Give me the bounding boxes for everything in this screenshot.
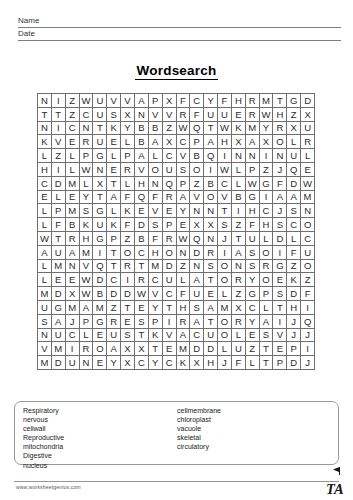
grid-cell: X — [163, 135, 177, 149]
word-list-item: nervous — [23, 415, 177, 424]
grid-cell: T — [218, 204, 232, 218]
grid-cell: I — [52, 122, 66, 136]
footer-website-text: www.worksheetgenius.com — [16, 484, 81, 490]
grid-cell: G — [273, 260, 287, 274]
grid-cell: W — [80, 287, 94, 301]
grid-cell: D — [301, 94, 315, 108]
grid-cell: O — [204, 191, 218, 205]
grid-cell: I — [218, 246, 232, 260]
grid-cell: R — [163, 232, 177, 246]
grid-cell: L — [66, 149, 80, 163]
grid-cell: H — [135, 177, 149, 191]
grid-cell: L — [260, 232, 274, 246]
grid-cell: R — [260, 260, 274, 274]
grid-cell: A — [204, 135, 218, 149]
grid-cell: V — [80, 260, 94, 274]
grid-cell: S — [135, 315, 149, 329]
grid-cell: R — [301, 135, 315, 149]
grid-cell: M — [177, 342, 191, 356]
grid-cell: A — [246, 135, 260, 149]
grid-cell: A — [80, 301, 94, 315]
grid-cell: V — [218, 191, 232, 205]
grid-cell: K — [38, 135, 52, 149]
grid-cell: Y — [177, 204, 191, 218]
grid-cell: L — [218, 342, 232, 356]
grid-cell: P — [246, 163, 260, 177]
grid-cell: F — [287, 246, 301, 260]
grid-cell: X — [232, 135, 246, 149]
grid-cell: A — [107, 342, 121, 356]
grid-cell: A — [177, 329, 191, 343]
grid-cell: S — [287, 204, 301, 218]
grid-cell: Q — [135, 191, 149, 205]
word-list-item: Reproductive — [23, 433, 177, 442]
grid-cell: O — [218, 329, 232, 343]
grid-cell: G — [93, 149, 107, 163]
grid-cell: P — [121, 149, 135, 163]
grid-cell: D — [52, 287, 66, 301]
grid-cell: A — [66, 246, 80, 260]
grid-cell: A — [190, 273, 204, 287]
grid-cell: I — [260, 149, 274, 163]
grid-cell: V — [135, 163, 149, 177]
grid-cell: B — [149, 122, 163, 136]
grid-cell: U — [38, 301, 52, 315]
grid-cell: R — [177, 315, 191, 329]
grid-cell: H — [287, 301, 301, 315]
title-row: Wordsearch — [0, 61, 353, 80]
grid-cell: R — [80, 342, 94, 356]
grid-cell: J — [273, 204, 287, 218]
worksheetgenius-logo-icon: TA — [325, 466, 347, 498]
grid-cell: C — [163, 149, 177, 163]
grid-cell: L — [121, 135, 135, 149]
grid-cell: U — [190, 287, 204, 301]
grid-cell: T — [232, 232, 246, 246]
grid-cell: L — [66, 163, 80, 177]
grid-cell: C — [190, 94, 204, 108]
grid-cell: N — [301, 204, 315, 218]
grid-cell: N — [190, 260, 204, 274]
grid-cell: C — [163, 356, 177, 370]
grid-cell: U — [52, 329, 66, 343]
grid-cell: W — [218, 122, 232, 136]
grid-cell: W — [135, 287, 149, 301]
grid-cell: Q — [204, 149, 218, 163]
grid-cell: N — [177, 246, 191, 260]
grid-cell: X — [190, 218, 204, 232]
grid-cell: Z — [66, 108, 80, 122]
grid-cell: M — [218, 301, 232, 315]
grid-cell: S — [80, 204, 94, 218]
grid-cell: F — [149, 191, 163, 205]
grid-cell: N — [80, 122, 94, 136]
grid-cell: V — [149, 108, 163, 122]
grid-cell: O — [301, 260, 315, 274]
grid-cell: D — [190, 342, 204, 356]
grid-cell: B — [135, 135, 149, 149]
grid-cell: N — [93, 163, 107, 177]
grid-cell: Q — [190, 122, 204, 136]
grid-cell: T — [260, 356, 274, 370]
page-title: Wordsearch — [135, 63, 219, 80]
grid-cell: T — [93, 191, 107, 205]
word-list-item: vacuole — [177, 424, 221, 433]
grid-cell: S — [121, 329, 135, 343]
grid-cell: S — [177, 163, 191, 177]
grid-cell: E — [52, 273, 66, 287]
name-field-line: Name — [18, 16, 341, 28]
word-list-item: cellmembrane — [177, 406, 221, 415]
grid-cell: Y — [121, 122, 135, 136]
grid-cell: U — [218, 108, 232, 122]
grid-cell: L — [38, 149, 52, 163]
grid-cell: X — [121, 342, 135, 356]
grid-cell: S — [260, 329, 274, 343]
grid-cell: P — [273, 356, 287, 370]
grid-cell: L — [121, 177, 135, 191]
grid-cell: F — [121, 218, 135, 232]
grid-cell: L — [287, 135, 301, 149]
grid-cell: K — [177, 356, 191, 370]
grid-cell: N — [232, 149, 246, 163]
grid-cell: U — [93, 218, 107, 232]
grid-cell: F — [177, 287, 191, 301]
grid-cell: T — [107, 246, 121, 260]
grid-cell: F — [273, 177, 287, 191]
grid-cell: P — [177, 177, 191, 191]
grid-cell: M — [52, 260, 66, 274]
grid-cell: L — [80, 177, 94, 191]
grid-cell: W — [177, 232, 191, 246]
grid-cell: X — [135, 342, 149, 356]
grid-cell: S — [273, 218, 287, 232]
wordsearch-grid: NIZWUVVAPXFCYFHRMTGDTTZCUSXNVVRFUUERWHZX… — [37, 93, 315, 370]
grid-cell: M — [301, 191, 315, 205]
grid-cell: E — [177, 218, 191, 232]
grid-cell: D — [52, 356, 66, 370]
logo-monogram: TA — [326, 481, 344, 497]
grid-cell: U — [93, 135, 107, 149]
grid-cell: E — [135, 301, 149, 315]
grid-cell: F — [232, 356, 246, 370]
grid-cell: L — [38, 204, 52, 218]
word-list-item: cellwall — [23, 424, 177, 433]
grid-cell: V — [38, 342, 52, 356]
grid-cell: I — [301, 301, 315, 315]
grid-cell: D — [93, 273, 107, 287]
grid-cell: H — [177, 301, 191, 315]
grid-cell: C — [246, 301, 260, 315]
grid-cell: J — [287, 315, 301, 329]
grid-cell: F — [190, 108, 204, 122]
grid-cell: I — [273, 315, 287, 329]
grid-cell: C — [135, 356, 149, 370]
grid-cell: G — [246, 287, 260, 301]
grid-cell: T — [52, 108, 66, 122]
grid-cell: Y — [149, 356, 163, 370]
grid-cell: Z — [163, 122, 177, 136]
grid-cell: V — [163, 108, 177, 122]
footer-divider — [14, 481, 339, 482]
grid-cell: H — [218, 135, 232, 149]
grid-cell: T — [163, 301, 177, 315]
grid-cell: R — [163, 191, 177, 205]
grid-cell: D — [273, 232, 287, 246]
grid-cell: E — [93, 329, 107, 343]
grid-cell: E — [232, 108, 246, 122]
grid-cell: B — [204, 177, 218, 191]
grid-cell: Y — [204, 94, 218, 108]
grid-cell: F — [149, 232, 163, 246]
grid-cell: T — [204, 273, 218, 287]
grid-cell: Q — [93, 260, 107, 274]
grid-cell: L — [38, 260, 52, 274]
grid-cell: Q — [287, 163, 301, 177]
grid-cell: S — [190, 301, 204, 315]
grid-cell: C — [149, 273, 163, 287]
grid-cell: A — [149, 135, 163, 149]
grid-cell: Y — [246, 273, 260, 287]
grid-cell: Z — [121, 232, 135, 246]
grid-cell: S — [38, 315, 52, 329]
grid-cell: N — [246, 149, 260, 163]
grid-cell: U — [204, 108, 218, 122]
grid-cell: O — [218, 273, 232, 287]
grid-cell: I — [260, 191, 274, 205]
grid-cell: R — [232, 273, 246, 287]
grid-cell: E — [163, 204, 177, 218]
grid-cell: I — [93, 246, 107, 260]
grid-cell: E — [66, 135, 80, 149]
word-list-column-right: cellmembranechloroplastvacuoleskeletalci… — [177, 406, 221, 464]
grid-cell: G — [260, 177, 274, 191]
grid-cell: F — [218, 94, 232, 108]
grid-cell: D — [135, 218, 149, 232]
grid-cell: E — [273, 342, 287, 356]
grid-cell: C — [218, 177, 232, 191]
grid-cell: D — [163, 260, 177, 274]
word-list-column-left: RespiratorynervouscellwallReproductivemi… — [23, 406, 177, 464]
grid-cell: H — [260, 218, 274, 232]
grid-cell: V — [190, 191, 204, 205]
grid-cell: U — [232, 342, 246, 356]
grid-cell: D — [190, 246, 204, 260]
grid-cell: N — [135, 108, 149, 122]
grid-cell: V — [163, 329, 177, 343]
grid-cell: A — [107, 191, 121, 205]
grid-cell: S — [246, 246, 260, 260]
grid-cell: U — [163, 273, 177, 287]
grid-cell: L — [218, 287, 232, 301]
grid-cell: E — [301, 163, 315, 177]
grid-cell: L — [107, 204, 121, 218]
grid-cell: J — [301, 356, 315, 370]
grid-cell: I — [218, 149, 232, 163]
grid-cell: N — [149, 177, 163, 191]
grid-cell: V — [121, 94, 135, 108]
grid-cell: Z — [107, 301, 121, 315]
grid-cell: Z — [246, 342, 260, 356]
grid-cell: W — [177, 122, 191, 136]
grid-cell: A — [177, 191, 191, 205]
grid-cell: A — [38, 246, 52, 260]
grid-cell: Z — [232, 218, 246, 232]
grid-cell: E — [204, 287, 218, 301]
grid-cell: R — [246, 108, 260, 122]
grid-cell: X — [260, 135, 274, 149]
grid-cell: C — [135, 246, 149, 260]
grid-cell: R — [66, 232, 80, 246]
grid-cell: J — [287, 329, 301, 343]
grid-cell: T — [135, 329, 149, 343]
grid-cell: E — [121, 315, 135, 329]
grid-cell: R — [232, 315, 246, 329]
grid-cell: W — [260, 108, 274, 122]
grid-cell: K — [232, 122, 246, 136]
word-list-item: circulatory — [177, 442, 221, 451]
grid-cell: Z — [260, 163, 274, 177]
grid-cell: H — [246, 204, 260, 218]
grid-cell: M — [66, 177, 80, 191]
grid-cell: B — [66, 218, 80, 232]
grid-cell: Z — [287, 108, 301, 122]
grid-cell: T — [93, 122, 107, 136]
grid-cell: Z — [232, 287, 246, 301]
grid-cell: I — [163, 315, 177, 329]
grid-cell: N — [273, 149, 287, 163]
date-field-line: Date — [18, 29, 341, 41]
grid-cell: P — [163, 218, 177, 232]
grid-cell: C — [190, 329, 204, 343]
grid-cell: Y — [260, 122, 274, 136]
grid-cell: S — [273, 287, 287, 301]
grid-cell: O — [260, 273, 274, 287]
word-list-item: chloroplast — [177, 415, 221, 424]
grid-cell: F — [246, 218, 260, 232]
grid-cell: T — [107, 260, 121, 274]
grid-cell: O — [273, 135, 287, 149]
grid-cell: O — [121, 246, 135, 260]
grid-cell: K — [107, 218, 121, 232]
word-list-item: nucleus — [23, 461, 177, 470]
grid-cell: Y — [149, 301, 163, 315]
grid-cell: N — [232, 260, 246, 274]
word-list-item: skeletal — [177, 433, 221, 442]
grid-cell: O — [218, 260, 232, 274]
grid-cell: L — [232, 163, 246, 177]
grid-cell: V — [107, 94, 121, 108]
grid-cell: W — [80, 94, 94, 108]
grid-cell: Z — [177, 260, 191, 274]
grid-cell: E — [107, 163, 121, 177]
grid-cell: M — [246, 122, 260, 136]
grid-cell: P — [260, 287, 274, 301]
grid-cell: P — [287, 342, 301, 356]
grid-cell: I — [273, 246, 287, 260]
grid-cell: U — [52, 246, 66, 260]
grid-cell: A — [190, 315, 204, 329]
grid-cell: O — [218, 315, 232, 329]
grid-cell: Y — [107, 356, 121, 370]
grid-cell: N — [204, 232, 218, 246]
grid-cell: M — [66, 301, 80, 315]
grid-cell: C — [38, 177, 52, 191]
grid-cell: T — [260, 342, 274, 356]
grid-cell: E — [66, 191, 80, 205]
grid-cell: J — [66, 315, 80, 329]
grid-cell: E — [246, 329, 260, 343]
grid-cell: K — [287, 273, 301, 287]
grid-cell: N — [38, 122, 52, 136]
grid-cell: Q — [301, 315, 315, 329]
grid-cell: F — [177, 94, 191, 108]
grid-cell: I — [52, 94, 66, 108]
grid-cell: C — [287, 218, 301, 232]
grid-cell: Z — [52, 149, 66, 163]
grid-cell: N — [38, 94, 52, 108]
grid-cell: O — [163, 246, 177, 260]
grid-cell: O — [260, 246, 274, 260]
grid-cell: E — [66, 273, 80, 287]
grid-cell: I — [301, 342, 315, 356]
grid-cell: R — [80, 135, 94, 149]
grid-cell: D — [107, 287, 121, 301]
grid-cell: K — [121, 204, 135, 218]
grid-cell: R — [177, 108, 191, 122]
grid-cell: D — [287, 287, 301, 301]
grid-cell: G — [93, 232, 107, 246]
grid-cell: X — [93, 177, 107, 191]
grid-cell: Z — [190, 177, 204, 191]
grid-cell: L — [232, 329, 246, 343]
grid-cell: N — [80, 356, 94, 370]
word-list-item: Respiratory — [23, 406, 177, 415]
grid-cell: A — [287, 191, 301, 205]
grid-cell: E — [38, 191, 52, 205]
grid-cell: C — [177, 135, 191, 149]
grid-cell: L — [177, 273, 191, 287]
grid-cell: P — [80, 315, 94, 329]
grid-cell: L — [149, 149, 163, 163]
grid-cell: R — [204, 246, 218, 260]
grid-cell: R — [107, 315, 121, 329]
grid-cell: R — [135, 273, 149, 287]
grid-cell: P — [149, 94, 163, 108]
grid-cell: R — [273, 122, 287, 136]
grid-cell: Y — [80, 191, 94, 205]
grid-cell: M — [93, 301, 107, 315]
grid-cell: P — [107, 232, 121, 246]
grid-cell: M — [80, 246, 94, 260]
grid-cell: A — [52, 315, 66, 329]
grid-cell: V — [52, 135, 66, 149]
grid-cell: T — [273, 94, 287, 108]
grid-cell: V — [177, 149, 191, 163]
grid-cell: M — [52, 342, 66, 356]
grid-cell: X — [190, 356, 204, 370]
grid-cell: T — [273, 301, 287, 315]
grid-cell: G — [93, 204, 107, 218]
grid-cell: O — [93, 342, 107, 356]
grid-cell: X — [301, 108, 315, 122]
grid-cell: T — [135, 260, 149, 274]
grid-cell: O — [149, 163, 163, 177]
grid-cell: I — [204, 163, 218, 177]
grid-cell: A — [232, 246, 246, 260]
grid-cell: U — [93, 108, 107, 122]
grid-cell: K — [80, 218, 94, 232]
